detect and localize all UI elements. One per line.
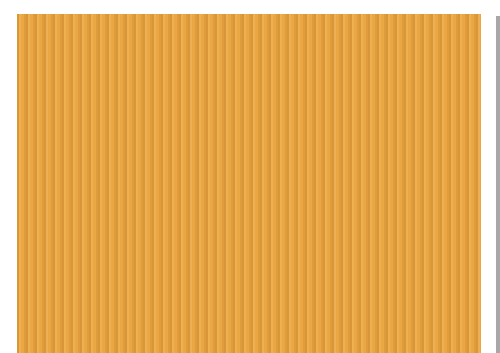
window-edge-strip [496, 16, 500, 353]
go-board-screenshot [0, 0, 500, 353]
board-wood [17, 14, 481, 353]
